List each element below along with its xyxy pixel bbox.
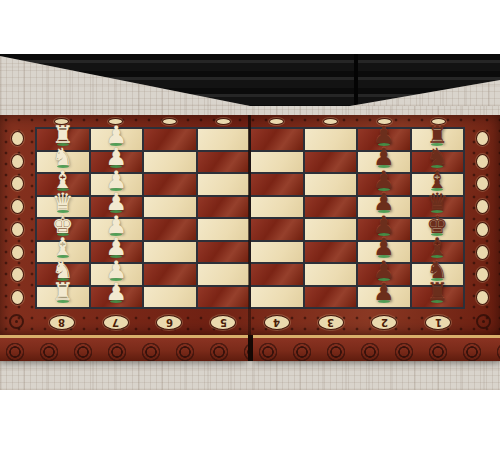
board-square xyxy=(198,242,250,263)
rank-label-medallion: 4 xyxy=(264,315,290,330)
rank-label-medallion: 5 xyxy=(210,315,236,330)
board-square xyxy=(251,219,303,240)
blank-medallion xyxy=(11,131,24,146)
board-square: ♝ xyxy=(37,242,89,263)
blank-medallion xyxy=(11,245,24,260)
board-square xyxy=(305,197,357,218)
white-wall-top xyxy=(0,0,500,54)
board-square xyxy=(305,219,357,240)
board-square xyxy=(198,197,250,218)
corner-ornament xyxy=(9,314,24,329)
blank-medallion xyxy=(11,290,24,305)
board-square: ♝ xyxy=(412,242,464,263)
board-square xyxy=(144,197,196,218)
blank-medallion xyxy=(323,118,338,125)
blank-medallion xyxy=(476,245,489,260)
felt-base xyxy=(431,300,443,303)
scene: 87654321 ♜♟♟♜♞♟♟♞♝♟♟♝♛♟♟♛♚♟♟♚♝♟♟♝♞♟♟♞♜♟♟… xyxy=(0,0,500,450)
board-square xyxy=(198,219,250,240)
board-square xyxy=(144,264,196,285)
felt-base xyxy=(110,143,122,146)
felt-base xyxy=(57,143,69,146)
blank-medallion xyxy=(108,118,123,125)
rank-label-medallion: 7 xyxy=(103,315,129,330)
board-square xyxy=(198,264,250,285)
board-square: ♜ xyxy=(37,129,89,150)
board-square xyxy=(305,242,357,263)
board-square: ♟ xyxy=(358,174,410,195)
board-square xyxy=(144,129,196,150)
blank-medallion xyxy=(476,290,489,305)
felt-base xyxy=(110,300,122,303)
board-square xyxy=(251,264,303,285)
front-edge-left-half xyxy=(0,335,248,361)
board-square xyxy=(198,287,250,308)
board-square: ♟ xyxy=(91,152,143,173)
frame-left-medallions xyxy=(4,127,31,309)
blank-medallion xyxy=(11,267,24,282)
board-square: ♞ xyxy=(412,264,464,285)
board-square: ♟ xyxy=(91,174,143,195)
felt-base xyxy=(431,210,443,213)
board-square: ♝ xyxy=(37,174,89,195)
felt-base xyxy=(110,278,122,281)
felt-base xyxy=(57,233,69,236)
felt-base xyxy=(57,300,69,303)
board-square xyxy=(144,152,196,173)
blank-medallion xyxy=(476,267,489,282)
board-square xyxy=(251,242,303,263)
blank-medallion xyxy=(216,118,231,125)
front-edge-right-half xyxy=(253,335,500,361)
felt-base xyxy=(431,188,443,191)
felt-base xyxy=(378,210,390,213)
board-square: ♟ xyxy=(91,242,143,263)
blank-medallion xyxy=(476,176,489,191)
blank-medallion xyxy=(11,222,24,237)
board-square: ♟ xyxy=(358,152,410,173)
felt-base xyxy=(431,143,443,146)
board-square: ♜ xyxy=(37,287,89,308)
board-square: ♞ xyxy=(37,152,89,173)
fold-seam xyxy=(248,115,251,335)
chess-board: 87654321 ♜♟♟♜♞♟♟♞♝♟♟♝♛♟♟♛♚♟♟♚♝♟♟♝♞♟♟♞♜♟♟… xyxy=(0,115,500,335)
rank-label-medallion: 6 xyxy=(156,315,182,330)
board-square: ♟ xyxy=(358,197,410,218)
board-square: ♛ xyxy=(412,197,464,218)
board-square: ♜ xyxy=(412,129,464,150)
board-square xyxy=(144,219,196,240)
blank-medallion xyxy=(476,199,489,214)
board-square: ♟ xyxy=(91,287,143,308)
board-square xyxy=(305,152,357,173)
board-square: ♟ xyxy=(358,219,410,240)
felt-base xyxy=(57,255,69,258)
board-square: ♟ xyxy=(91,197,143,218)
white-foreground xyxy=(0,390,500,450)
board-square: ♟ xyxy=(358,264,410,285)
board-square: ♛ xyxy=(37,197,89,218)
felt-base xyxy=(378,233,390,236)
board-front-edge xyxy=(0,335,500,361)
felt-base xyxy=(431,165,443,168)
blinds-divider xyxy=(354,54,358,106)
blank-medallion xyxy=(11,199,24,214)
board-square xyxy=(198,129,250,150)
piece-white-rook: ♜ xyxy=(37,123,89,147)
felt-base xyxy=(431,255,443,258)
blank-medallion xyxy=(162,118,177,125)
blank-medallion xyxy=(377,118,392,125)
board-square: ♚ xyxy=(37,219,89,240)
rank-label-medallion: 8 xyxy=(49,315,75,330)
blank-medallion xyxy=(431,118,446,125)
felt-base xyxy=(110,233,122,236)
board-square: ♞ xyxy=(37,264,89,285)
board-square: ♜ xyxy=(412,287,464,308)
board-square xyxy=(144,242,196,263)
rank-label-medallion: 3 xyxy=(318,315,344,330)
piece-brown-pawn: ♟ xyxy=(358,123,410,147)
felt-base xyxy=(110,210,122,213)
board-square: ♚ xyxy=(412,219,464,240)
board-square xyxy=(198,174,250,195)
board-square xyxy=(251,287,303,308)
felt-base xyxy=(57,165,69,168)
felt-base xyxy=(57,210,69,213)
felt-base xyxy=(110,188,122,191)
blank-medallion xyxy=(269,118,284,125)
blank-medallion xyxy=(11,154,24,169)
felt-base xyxy=(57,188,69,191)
board-square xyxy=(251,174,303,195)
rank-label-medallion: 1 xyxy=(425,315,451,330)
board-square xyxy=(198,152,250,173)
felt-base xyxy=(378,300,390,303)
board-square xyxy=(251,129,303,150)
felt-base xyxy=(378,143,390,146)
board-square xyxy=(305,287,357,308)
felt-base xyxy=(378,188,390,191)
felt-base xyxy=(110,165,122,168)
felt-base xyxy=(378,165,390,168)
frame-right-medallions xyxy=(469,127,496,309)
felt-base xyxy=(431,233,443,236)
felt-base xyxy=(110,255,122,258)
board-square xyxy=(144,287,196,308)
board-square xyxy=(251,197,303,218)
blank-medallion xyxy=(54,118,69,125)
felt-base xyxy=(378,255,390,258)
blank-medallion xyxy=(476,222,489,237)
board-square: ♝ xyxy=(412,174,464,195)
board-square: ♟ xyxy=(358,129,410,150)
blank-medallion xyxy=(476,131,489,146)
piece-white-pawn: ♟ xyxy=(91,123,143,147)
board-square: ♟ xyxy=(91,129,143,150)
piece-brown-rook: ♜ xyxy=(412,123,464,147)
board-square xyxy=(144,174,196,195)
board-square: ♞ xyxy=(412,152,464,173)
board-square xyxy=(305,174,357,195)
board-square: ♟ xyxy=(358,242,410,263)
rank-label-medallion: 2 xyxy=(371,315,397,330)
board-square: ♟ xyxy=(91,264,143,285)
blank-medallion xyxy=(11,176,24,191)
blank-medallion xyxy=(476,154,489,169)
corner-ornament xyxy=(476,314,491,329)
board-square xyxy=(305,129,357,150)
board-square xyxy=(305,264,357,285)
felt-base xyxy=(431,278,443,281)
board-square: ♟ xyxy=(358,287,410,308)
board-square: ♟ xyxy=(91,219,143,240)
board-square xyxy=(251,152,303,173)
felt-base xyxy=(57,278,69,281)
felt-base xyxy=(378,278,390,281)
